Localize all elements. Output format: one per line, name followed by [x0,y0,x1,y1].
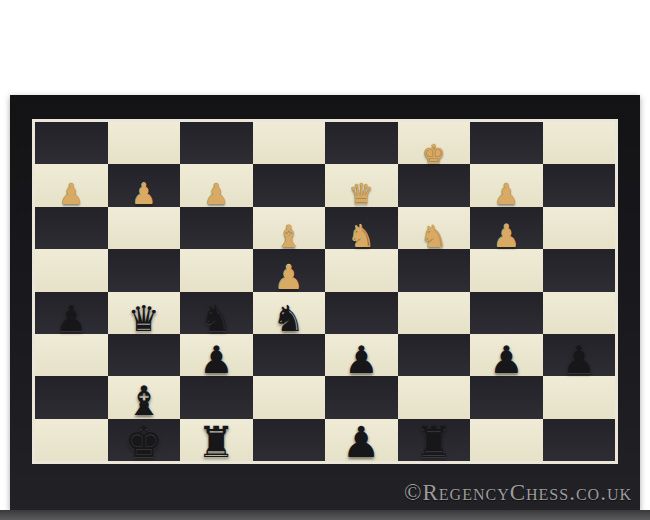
piece-black-pawn[interactable]: ♟ [344,341,378,379]
square-h6[interactable] [543,207,616,249]
piece-white-pawn[interactable]: ♟ [274,261,304,294]
piece-black-bishop[interactable]: ♝ [126,381,162,421]
square-h4[interactable] [543,292,616,334]
square-h1[interactable] [543,419,616,461]
square-f2[interactable] [398,376,471,418]
square-f8[interactable]: ♚ [398,122,471,164]
piece-black-pawn[interactable]: ♟ [199,341,233,379]
square-a2[interactable] [35,376,108,418]
square-f5[interactable] [398,249,471,291]
square-h7[interactable] [543,164,616,206]
square-b1[interactable]: ♚ [108,419,181,461]
square-a3[interactable] [35,334,108,376]
square-g8[interactable] [470,122,543,164]
square-g4[interactable] [470,292,543,334]
piece-black-rook[interactable]: ♜ [415,421,453,464]
piece-white-pawn[interactable]: ♟ [131,181,156,209]
piece-black-pawn[interactable]: ♟ [489,341,523,379]
piece-black-knight[interactable]: ♞ [200,301,232,337]
square-e8[interactable] [325,122,398,164]
square-d7[interactable] [253,164,326,206]
chess-set-photo: ♚♟♟♟♛♟♝♞♞♟♟♟♛♞♞♟♟♟♟♝♚♜♟♜ ©RegencyChess.c… [0,0,650,520]
square-b4[interactable]: ♛ [108,292,181,334]
square-f7[interactable] [398,164,471,206]
square-f6[interactable]: ♞ [398,207,471,249]
piece-black-rook[interactable]: ♜ [197,421,235,464]
square-c6[interactable] [180,207,253,249]
square-e3[interactable]: ♟ [325,334,398,376]
square-h8[interactable] [543,122,616,164]
piece-black-pawn[interactable]: ♟ [342,421,380,464]
square-h3[interactable]: ♟ [543,334,616,376]
square-c8[interactable] [180,122,253,164]
square-g3[interactable]: ♟ [470,334,543,376]
square-h5[interactable] [543,249,616,291]
square-d1[interactable] [253,419,326,461]
piece-black-pawn[interactable]: ♟ [55,301,87,337]
square-c3[interactable]: ♟ [180,334,253,376]
square-a8[interactable] [35,122,108,164]
square-b8[interactable] [108,122,181,164]
square-e1[interactable]: ♟ [325,419,398,461]
square-b3[interactable] [108,334,181,376]
square-g7[interactable]: ♟ [470,164,543,206]
square-f1[interactable]: ♜ [398,419,471,461]
piece-black-knight[interactable]: ♞ [273,301,305,337]
table-edge [0,510,650,520]
square-f4[interactable] [398,292,471,334]
square-a1[interactable] [35,419,108,461]
piece-white-king[interactable]: ♚ [422,141,445,167]
square-d4[interactable]: ♞ [253,292,326,334]
square-b6[interactable] [108,207,181,249]
square-c7[interactable]: ♟ [180,164,253,206]
square-a7[interactable]: ♟ [35,164,108,206]
piece-white-knight[interactable]: ♞ [420,221,448,252]
square-g6[interactable]: ♟ [470,207,543,249]
piece-white-bishop[interactable]: ♝ [275,221,303,252]
square-c4[interactable]: ♞ [180,292,253,334]
square-g5[interactable] [470,249,543,291]
square-c5[interactable] [180,249,253,291]
square-e6[interactable]: ♞ [325,207,398,249]
piece-white-queen[interactable]: ♛ [349,181,374,209]
square-e5[interactable] [325,249,398,291]
square-c2[interactable] [180,376,253,418]
square-a5[interactable] [35,249,108,291]
square-b7[interactable]: ♟ [108,164,181,206]
piece-black-king[interactable]: ♚ [125,421,163,464]
square-g1[interactable] [470,419,543,461]
piece-white-pawn[interactable]: ♟ [59,181,84,209]
square-a6[interactable] [35,207,108,249]
playing-area: ♚♟♟♟♛♟♝♞♞♟♟♟♛♞♞♟♟♟♟♝♚♜♟♜ [32,119,618,464]
square-d2[interactable] [253,376,326,418]
square-g2[interactable] [470,376,543,418]
square-d8[interactable] [253,122,326,164]
square-d5[interactable]: ♟ [253,249,326,291]
watermark: ©RegencyChess.co.uk [404,480,632,506]
square-a4[interactable]: ♟ [35,292,108,334]
square-e7[interactable]: ♛ [325,164,398,206]
piece-black-queen[interactable]: ♛ [128,301,160,337]
square-b2[interactable]: ♝ [108,376,181,418]
square-f3[interactable] [398,334,471,376]
piece-white-pawn[interactable]: ♟ [204,181,229,209]
piece-white-pawn[interactable]: ♟ [492,221,520,252]
piece-white-knight[interactable]: ♞ [347,221,375,252]
square-c1[interactable]: ♜ [180,419,253,461]
piece-white-pawn[interactable]: ♟ [494,181,519,209]
square-h2[interactable] [543,376,616,418]
chess-board: ♚♟♟♟♛♟♝♞♞♟♟♟♛♞♞♟♟♟♟♝♚♜♟♜ ©RegencyChess.c… [10,95,640,510]
square-d6[interactable]: ♝ [253,207,326,249]
square-e4[interactable] [325,292,398,334]
square-e2[interactable] [325,376,398,418]
square-d3[interactable] [253,334,326,376]
piece-black-pawn[interactable]: ♟ [562,341,596,379]
square-b5[interactable] [108,249,181,291]
